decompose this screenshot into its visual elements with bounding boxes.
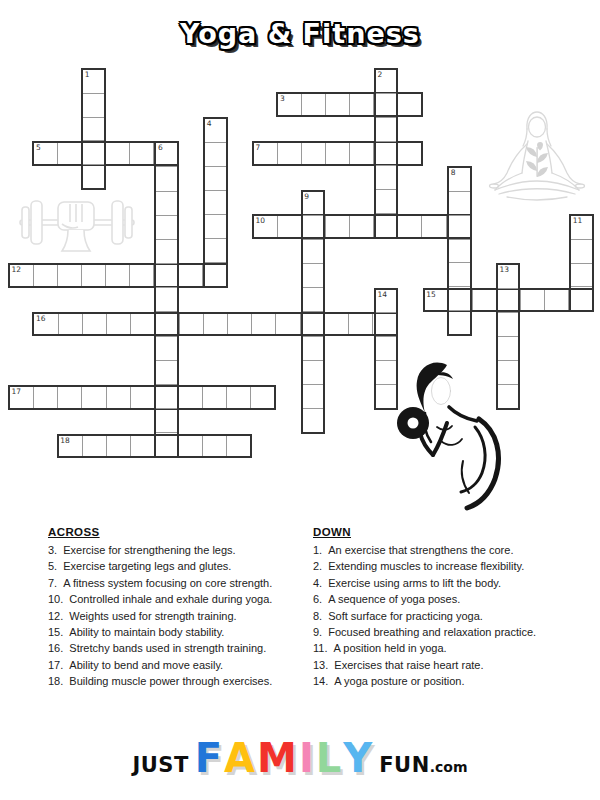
grid-cell xyxy=(303,263,323,287)
grid-cell xyxy=(520,290,544,310)
grid-cell xyxy=(376,336,396,360)
clue-number: 9. xyxy=(313,626,322,638)
word-11-down: 11 xyxy=(569,214,593,312)
word-number: 3 xyxy=(280,94,285,103)
grid-cell xyxy=(498,384,518,408)
clue-across-18: 18.Building muscle power through exercis… xyxy=(48,673,310,689)
clue-text: A yoga posture or position. xyxy=(334,675,464,687)
grid-cell xyxy=(301,143,325,163)
logo-letter-a: A xyxy=(224,735,255,781)
grid-cell xyxy=(376,384,396,408)
clue-across-7: 7.A fitness system focusing on core stre… xyxy=(48,575,310,591)
page-title: Yoga & Fitness xyxy=(0,18,600,49)
word-2-down: 2 xyxy=(374,68,398,239)
clue-text: Exercise using arms to lift the body. xyxy=(328,577,501,589)
across-clues-list: 3.Exercise for strengthening the legs.5.… xyxy=(48,542,310,690)
grid-cell xyxy=(498,312,518,336)
word-9-down: 9 xyxy=(301,190,325,434)
clue-down-11: 11.A position held in yoga. xyxy=(313,640,575,656)
grid-cell xyxy=(250,387,274,407)
grid-cell xyxy=(202,387,226,407)
grid-cell xyxy=(83,164,103,188)
grid-cell xyxy=(130,387,154,407)
clue-number: 1. xyxy=(313,544,322,556)
grid-cell xyxy=(324,314,348,334)
grid-cell xyxy=(349,216,373,236)
grid-cell xyxy=(202,436,226,456)
logo-letter-l: L xyxy=(316,735,342,781)
grid-cell xyxy=(472,290,496,310)
clue-number: 7. xyxy=(48,577,57,589)
grid-cell xyxy=(129,143,153,163)
down-clues-list: 1.An exercise that strengthens the core.… xyxy=(313,542,575,690)
grid-cell xyxy=(156,384,176,408)
grid-cell xyxy=(82,436,106,456)
grid-cell xyxy=(275,314,299,334)
word-1-down: 1 xyxy=(81,68,105,190)
grid-cell xyxy=(303,408,323,432)
grid-cell xyxy=(81,265,105,285)
grid-cell xyxy=(303,384,323,408)
grid-cell xyxy=(105,143,129,163)
logo-letter-i: I xyxy=(299,735,314,781)
grid-cell xyxy=(498,336,518,360)
word-number: 1 xyxy=(85,70,90,79)
grid-cell xyxy=(156,263,176,287)
clue-down-1: 1.An exercise that strengthens the core. xyxy=(313,542,575,558)
word-number: 8 xyxy=(451,168,456,177)
word-4-down: 4 xyxy=(203,117,227,288)
grid-cell xyxy=(397,143,421,163)
grid-cell xyxy=(227,314,251,334)
grid-cell xyxy=(179,314,203,334)
clue-number: 13. xyxy=(313,659,328,671)
clue-text: Weights used for strength training. xyxy=(69,610,236,622)
grid-cell xyxy=(571,263,591,287)
word-number: 15 xyxy=(426,290,436,299)
logo-fun: FUN xyxy=(379,753,429,777)
word-13-down: 13 xyxy=(496,263,520,409)
word-number: 4 xyxy=(207,119,212,128)
grid-cell xyxy=(82,314,106,334)
clue-number: 3. xyxy=(48,544,57,556)
grid-cell xyxy=(303,215,323,239)
word-number: 12 xyxy=(12,265,22,274)
grid-cell xyxy=(376,213,396,237)
clue-number: 8. xyxy=(313,610,322,622)
clue-text: Ability to bend and move easily. xyxy=(69,659,223,671)
clue-number: 12. xyxy=(48,610,63,622)
grid-cell xyxy=(303,287,323,311)
grid-cell xyxy=(106,387,130,407)
word-10-across: 10 xyxy=(252,214,472,238)
word-number: 16 xyxy=(36,314,46,323)
justfamilyfun-logo: JUST FAMILY FUN .com xyxy=(0,738,600,778)
grid-cell xyxy=(57,387,81,407)
meditating-woman-watermark-icon xyxy=(487,111,587,208)
clue-across-15: 15.Ability to maintain body stability. xyxy=(48,624,310,640)
clue-text: Soft surface for practicing yoga. xyxy=(328,610,483,622)
clue-across-5: 5.Exercise targeting legs and glutes. xyxy=(48,558,310,574)
grid-cell xyxy=(498,288,518,312)
word-number: 2 xyxy=(378,70,383,79)
logo-letter-m: M xyxy=(257,735,297,781)
grid-cell xyxy=(376,141,396,165)
grid-cell xyxy=(156,166,176,190)
clue-number: 2. xyxy=(313,560,322,572)
word-16-across: 16 xyxy=(32,312,398,336)
clue-text: A sequence of yoga poses. xyxy=(328,593,460,605)
clue-text: A position held in yoga. xyxy=(333,642,446,654)
grid-cell xyxy=(57,143,81,163)
clue-across-16: 16.Stretchy bands used in strength train… xyxy=(48,640,310,656)
clue-number: 4. xyxy=(313,577,322,589)
word-number: 14 xyxy=(378,290,388,299)
grid-cell xyxy=(349,94,373,114)
grid-cell xyxy=(303,360,323,384)
grid-cell xyxy=(498,360,518,384)
grid-cell xyxy=(81,387,105,407)
word-17-across: 17 xyxy=(8,385,276,409)
clue-down-6: 6.A sequence of yoga poses. xyxy=(313,591,575,607)
word-number: 9 xyxy=(304,192,309,201)
clue-down-4: 4.Exercise using arms to lift the body. xyxy=(313,575,575,591)
clue-text: Focused breathing and relaxation practic… xyxy=(328,626,536,638)
grid-cell xyxy=(156,215,176,239)
grid-cell xyxy=(449,215,469,239)
clue-text: Extending muscles to increase flexibilit… xyxy=(328,560,524,572)
clue-number: 5. xyxy=(48,560,57,572)
clue-down-2: 2.Extending muscles to increase flexibil… xyxy=(313,558,575,574)
grid-cell xyxy=(303,239,323,263)
grid-cell xyxy=(397,94,421,114)
woman-with-dumbbell-illustration xyxy=(391,361,513,511)
grid-cell xyxy=(83,117,103,141)
grid-cell xyxy=(130,314,154,334)
dumbbell-fist-watermark-icon xyxy=(18,194,136,254)
grid-cell xyxy=(544,290,568,310)
clue-number: 17. xyxy=(48,659,63,671)
clue-across-10: 10.Controlled inhale and exhale during y… xyxy=(48,591,310,607)
grid-cell xyxy=(205,238,225,262)
grid-cell xyxy=(251,314,275,334)
grid-cell xyxy=(449,239,469,263)
grid-cell xyxy=(178,387,202,407)
grid-cell xyxy=(571,286,591,310)
grid-cell xyxy=(325,94,349,114)
grid-cell xyxy=(156,360,176,384)
clue-number: 6. xyxy=(313,593,322,605)
grid-cell xyxy=(205,166,225,190)
grid-cell xyxy=(376,189,396,213)
grid-cell xyxy=(205,262,225,286)
word-8-down: 8 xyxy=(447,166,471,337)
word-number: 6 xyxy=(158,143,163,152)
grid-cell xyxy=(83,140,103,164)
grid-cell xyxy=(421,216,445,236)
grid-cell xyxy=(376,312,396,336)
grid-cell xyxy=(205,190,225,214)
grid-cell xyxy=(226,436,250,456)
grid-cell xyxy=(106,436,130,456)
word-14-down: 14 xyxy=(374,288,398,410)
logo-dotcom: .com xyxy=(430,759,468,775)
grid-cell xyxy=(226,387,250,407)
grid-cell xyxy=(129,265,153,285)
word-number: 5 xyxy=(36,143,41,152)
clue-across-12: 12.Weights used for strength training. xyxy=(48,608,310,624)
logo-just: JUST xyxy=(132,753,188,777)
grid-cell xyxy=(449,310,469,334)
clue-text: Stretchy bands used in strength training… xyxy=(69,642,266,654)
word-number: 7 xyxy=(256,143,261,152)
grid-cell xyxy=(156,408,176,432)
grid-cell xyxy=(106,314,130,334)
clue-text: An exercise that strengthens the core. xyxy=(328,544,513,556)
grid-cell xyxy=(376,360,396,384)
grid-cell xyxy=(105,265,129,285)
grid-cell xyxy=(83,93,103,117)
grid-cell xyxy=(178,436,202,456)
clue-text: Exercises that raise heart rate. xyxy=(334,659,483,671)
grid-cell xyxy=(58,314,82,334)
grid-cell xyxy=(156,336,176,360)
word-12-across: 12 xyxy=(8,263,228,287)
grid-cell xyxy=(325,216,349,236)
word-number: 11 xyxy=(573,216,583,225)
across-header: ACROSS xyxy=(48,526,310,538)
grid-cell xyxy=(277,216,301,236)
logo-letter-f: F xyxy=(195,735,222,781)
grid-cell xyxy=(203,314,227,334)
logo-family-letters: FAMILY xyxy=(194,738,373,778)
word-number: 13 xyxy=(500,265,510,274)
clue-text: Building muscle power through exercises. xyxy=(69,675,272,687)
clue-down-8: 8.Soft surface for practicing yoga. xyxy=(313,608,575,624)
grid-cell xyxy=(177,265,201,285)
clue-across-17: 17.Ability to bend and move easily. xyxy=(48,657,310,673)
grid-cell xyxy=(571,239,591,263)
grid-cell xyxy=(301,94,325,114)
word-3-across: 3 xyxy=(276,92,422,116)
word-number: 18 xyxy=(60,436,70,445)
clue-number: 11. xyxy=(313,642,327,654)
grid-cell xyxy=(156,432,176,456)
clue-down-14: 14.A yoga posture or position. xyxy=(313,673,575,689)
word-6-down: 6 xyxy=(154,141,178,458)
grid-cell xyxy=(156,287,176,311)
grid-cell xyxy=(57,265,81,285)
clue-number: 16. xyxy=(48,642,63,654)
grid-cell xyxy=(449,286,469,310)
clue-across-3: 3.Exercise for strengthening the legs. xyxy=(48,542,310,558)
crossword-page: Yoga & Fitness xyxy=(0,0,600,800)
down-clues-section: DOWN 1.An exercise that strengthens the … xyxy=(313,526,575,690)
grid-cell xyxy=(449,191,469,215)
clue-text: Exercise for strengthening the legs. xyxy=(63,544,235,556)
grid-cell xyxy=(397,216,421,236)
word-number: 17 xyxy=(12,387,22,396)
clue-text: A fitness system focusing on core streng… xyxy=(63,577,272,589)
clue-number: 10. xyxy=(48,593,63,605)
grid-cell xyxy=(33,265,57,285)
grid-cell xyxy=(156,239,176,263)
down-header: DOWN xyxy=(313,526,575,538)
clue-text: Ability to maintain body stability. xyxy=(69,626,224,638)
across-clues-section: ACROSS 3.Exercise for strengthening the … xyxy=(48,526,310,690)
clue-down-13: 13.Exercises that raise heart rate. xyxy=(313,657,575,673)
logo-letter-y: Y xyxy=(343,735,372,781)
clue-number: 18. xyxy=(48,675,63,687)
grid-cell xyxy=(205,142,225,166)
clue-text: Controlled inhale and exhale during yoga… xyxy=(69,593,272,605)
grid-cell xyxy=(303,311,323,335)
grid-cell xyxy=(349,143,373,163)
grid-cell xyxy=(156,191,176,215)
clue-down-9: 9.Focused breathing and relaxation pract… xyxy=(313,624,575,640)
grid-cell xyxy=(376,93,396,117)
clue-number: 15. xyxy=(48,626,63,638)
grid-cell xyxy=(449,262,469,286)
grid-cell xyxy=(156,311,176,335)
grid-cell xyxy=(303,336,323,360)
grid-cell xyxy=(348,314,372,334)
grid-cell xyxy=(277,143,301,163)
grid-cell xyxy=(325,143,349,163)
clue-text: Exercise targeting legs and glutes. xyxy=(63,560,231,572)
grid-cell xyxy=(205,214,225,238)
grid-cell xyxy=(130,436,154,456)
word-number: 10 xyxy=(256,216,266,225)
grid-cell xyxy=(33,387,57,407)
grid-cell xyxy=(376,117,396,141)
grid-cell xyxy=(376,165,396,189)
clue-number: 14. xyxy=(313,675,328,687)
